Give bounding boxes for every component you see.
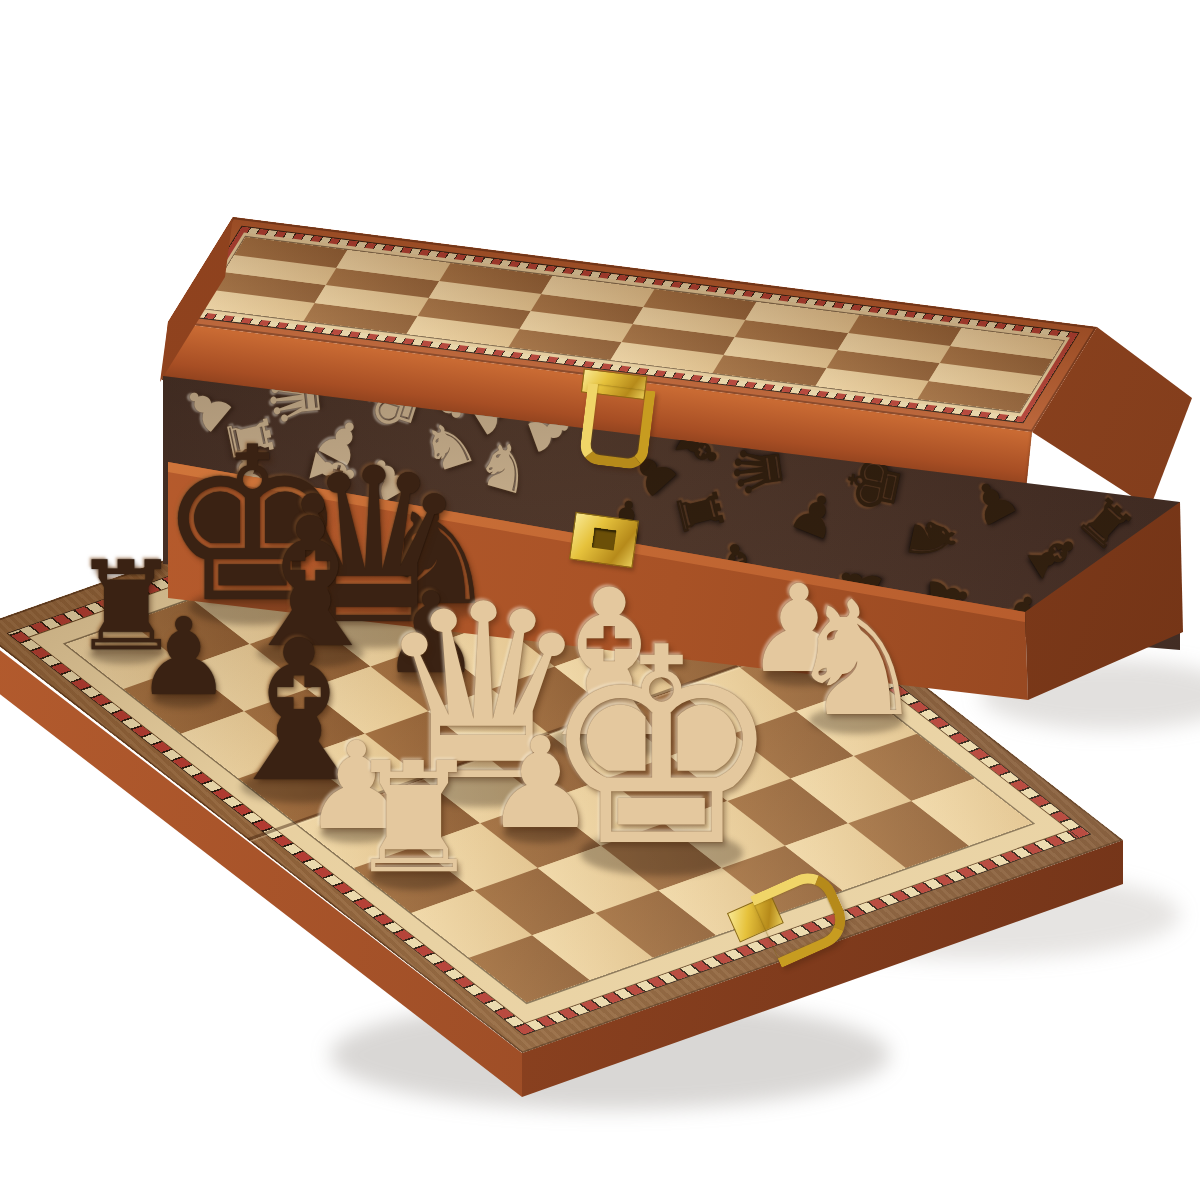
brass-hasp-loop-icon [578, 383, 655, 471]
tray-piece-black: ♞ [898, 507, 968, 572]
brass-latch-plate [569, 512, 639, 568]
brass-hasp [573, 368, 648, 467]
latch-slot [592, 528, 617, 551]
product-photo-scene: ♟♜♛♟♚♞♟♝♟♞♟♟♝♟♟♜♛♟♚♞♟♝♜♟♟♝♟♟♝ ♜♚♟♝♛♞♟♝♟♛… [0, 0, 1200, 1200]
